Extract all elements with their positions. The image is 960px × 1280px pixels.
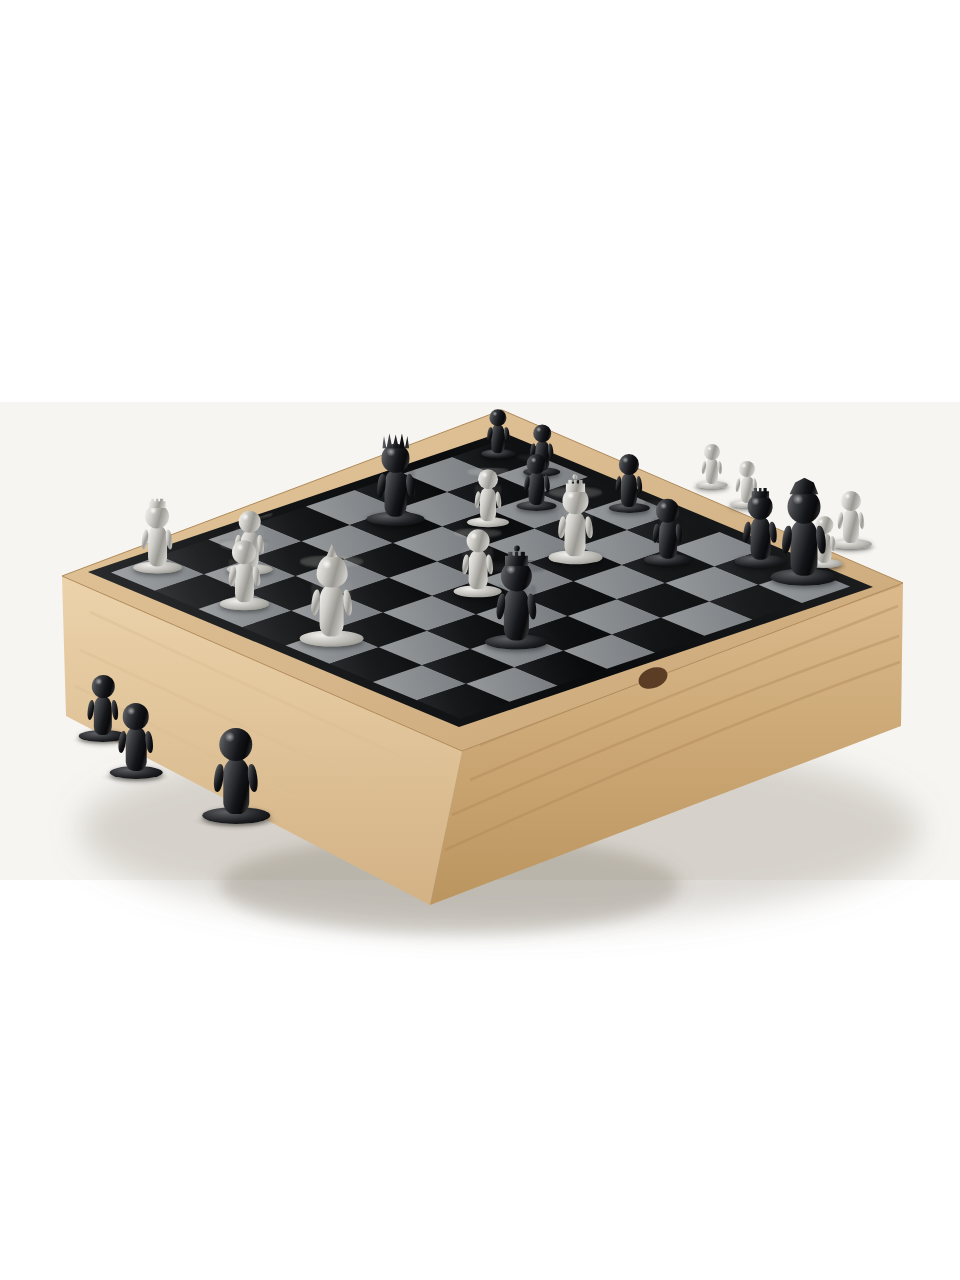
white-pawn-c1: [219, 529, 269, 610]
black-pawn-f7: [644, 488, 692, 565]
black-king-g3: [484, 546, 548, 650]
pieces-layer: [0, 0, 960, 1280]
black-pawn-offboard: [201, 712, 270, 824]
white-king-e6: [548, 475, 603, 564]
black-pawn-a8: [481, 401, 516, 458]
white-bishop-e1: [299, 542, 364, 647]
product-photo-chess-set: [0, 0, 960, 1280]
black-pawn-offboard: [109, 691, 164, 779]
black-knight-h8: [769, 474, 838, 585]
white-rook-a1: [132, 493, 182, 574]
black-queen-b5: [366, 430, 425, 525]
white-pawn-offboard: [696, 437, 728, 489]
